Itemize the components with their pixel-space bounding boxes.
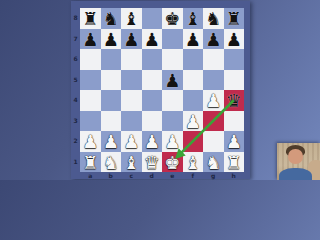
rank-label-5: 5 — [71, 70, 80, 91]
piece-black-pawn[interactable]: ♟ — [162, 70, 183, 91]
file-labels: abcdefgh — [80, 172, 244, 179]
piece-white-pawn[interactable]: ♟ — [80, 131, 101, 152]
square-a3[interactable] — [80, 111, 101, 132]
piece-white-pawn[interactable]: ♟ — [162, 131, 183, 152]
square-a8[interactable]: ♜ — [80, 8, 101, 29]
video-frame: 87654321 abcdefgh ♜♞♝♚♝♞♜♟♟♟♟♟♟♟♟♟♛♟♟♟♟♟… — [0, 0, 320, 180]
piece-white-pawn[interactable]: ♟ — [183, 111, 204, 132]
square-c5[interactable] — [121, 70, 142, 91]
square-g1[interactable]: ♞ — [203, 152, 224, 173]
square-b1[interactable]: ♞ — [101, 152, 122, 173]
piece-white-knight[interactable]: ♞ — [203, 152, 224, 173]
square-e7[interactable] — [162, 29, 183, 50]
square-f8[interactable]: ♝ — [183, 8, 204, 29]
piece-black-knight[interactable]: ♞ — [101, 8, 122, 29]
piece-white-rook[interactable]: ♜ — [80, 152, 101, 173]
square-c8[interactable]: ♝ — [121, 8, 142, 29]
piece-white-king[interactable]: ♚ — [162, 152, 183, 173]
file-label-f: f — [183, 172, 204, 179]
square-h8[interactable]: ♜ — [224, 8, 245, 29]
piece-white-bishop[interactable]: ♝ — [121, 152, 142, 173]
rank-label-8: 8 — [71, 8, 80, 29]
square-c7[interactable]: ♟ — [121, 29, 142, 50]
square-a2[interactable]: ♟ — [80, 131, 101, 152]
piece-black-pawn[interactable]: ♟ — [142, 29, 163, 50]
square-d5[interactable] — [142, 70, 163, 91]
square-c2[interactable]: ♟ — [121, 131, 142, 152]
piece-white-bishop[interactable]: ♝ — [183, 152, 204, 173]
chess-board: 87654321 abcdefgh ♜♞♝♚♝♞♜♟♟♟♟♟♟♟♟♟♛♟♟♟♟♟… — [71, 1, 250, 179]
square-c1[interactable]: ♝ — [121, 152, 142, 173]
square-h6[interactable] — [224, 49, 245, 70]
rank-label-7: 7 — [71, 29, 80, 50]
square-g8[interactable]: ♞ — [203, 8, 224, 29]
square-a6[interactable] — [80, 49, 101, 70]
file-label-a: a — [80, 172, 101, 179]
square-d8[interactable] — [142, 8, 163, 29]
file-label-c: c — [121, 172, 142, 179]
webcam-instructor-shirt — [279, 168, 312, 180]
square-b7[interactable]: ♟ — [101, 29, 122, 50]
piece-white-knight[interactable]: ♞ — [101, 152, 122, 173]
square-b3[interactable] — [101, 111, 122, 132]
square-d7[interactable]: ♟ — [142, 29, 163, 50]
square-h2[interactable]: ♟ — [224, 131, 245, 152]
square-f2[interactable] — [183, 131, 204, 152]
square-h1[interactable]: ♜ — [224, 152, 245, 173]
square-g3[interactable] — [203, 111, 224, 132]
piece-black-pawn[interactable]: ♟ — [101, 29, 122, 50]
square-f7[interactable]: ♟ — [183, 29, 204, 50]
piece-white-queen[interactable]: ♛ — [142, 152, 163, 173]
square-e2[interactable]: ♟ — [162, 131, 183, 152]
piece-black-bishop[interactable]: ♝ — [121, 8, 142, 29]
square-h3[interactable] — [224, 111, 245, 132]
square-e4[interactable] — [162, 90, 183, 111]
square-a5[interactable] — [80, 70, 101, 91]
piece-black-pawn[interactable]: ♟ — [80, 29, 101, 50]
square-d4[interactable] — [142, 90, 163, 111]
square-b4[interactable] — [101, 90, 122, 111]
piece-white-pawn[interactable]: ♟ — [101, 131, 122, 152]
piece-white-pawn[interactable]: ♟ — [142, 131, 163, 152]
rank-label-1: 1 — [71, 152, 80, 173]
square-c3[interactable] — [121, 111, 142, 132]
piece-black-pawn[interactable]: ♟ — [224, 29, 245, 50]
rank-label-2: 2 — [71, 131, 80, 152]
file-label-h: h — [224, 172, 245, 179]
file-label-g: g — [203, 172, 224, 179]
square-e3[interactable] — [162, 111, 183, 132]
piece-white-pawn[interactable]: ♟ — [203, 90, 224, 111]
square-d3[interactable] — [142, 111, 163, 132]
file-label-b: b — [101, 172, 122, 179]
piece-black-queen[interactable]: ♛ — [224, 90, 245, 111]
square-g6[interactable] — [203, 49, 224, 70]
piece-white-pawn[interactable]: ♟ — [224, 131, 245, 152]
square-d2[interactable]: ♟ — [142, 131, 163, 152]
piece-black-rook[interactable]: ♜ — [80, 8, 101, 29]
piece-black-pawn[interactable]: ♟ — [183, 29, 204, 50]
piece-white-pawn[interactable]: ♟ — [121, 131, 142, 152]
piece-black-rook[interactable]: ♜ — [224, 8, 245, 29]
square-h5[interactable] — [224, 70, 245, 91]
square-f4[interactable] — [183, 90, 204, 111]
square-h7[interactable]: ♟ — [224, 29, 245, 50]
square-a1[interactable]: ♜ — [80, 152, 101, 173]
square-g4[interactable]: ♟ — [203, 90, 224, 111]
square-f6[interactable] — [183, 49, 204, 70]
square-e8[interactable]: ♚ — [162, 8, 183, 29]
square-g2[interactable] — [203, 131, 224, 152]
square-c4[interactable] — [121, 90, 142, 111]
piece-black-pawn[interactable]: ♟ — [203, 29, 224, 50]
square-d1[interactable]: ♛ — [142, 152, 163, 173]
file-label-d: d — [142, 172, 163, 179]
square-g5[interactable] — [203, 70, 224, 91]
square-b6[interactable] — [101, 49, 122, 70]
square-b8[interactable]: ♞ — [101, 8, 122, 29]
rank-label-6: 6 — [71, 49, 80, 70]
piece-black-king[interactable]: ♚ — [162, 8, 183, 29]
square-d6[interactable] — [142, 49, 163, 70]
square-a4[interactable] — [80, 90, 101, 111]
square-e1[interactable]: ♚ — [162, 152, 183, 173]
square-f5[interactable] — [183, 70, 204, 91]
square-e5[interactable]: ♟ — [162, 70, 183, 91]
square-h4[interactable]: ♛ — [224, 90, 245, 111]
rank-labels: 87654321 — [71, 8, 80, 172]
square-a7[interactable]: ♟ — [80, 29, 101, 50]
square-b2[interactable]: ♟ — [101, 131, 122, 152]
square-e6[interactable] — [162, 49, 183, 70]
rank-label-3: 3 — [71, 111, 80, 132]
file-label-e: e — [162, 172, 183, 179]
square-f1[interactable]: ♝ — [183, 152, 204, 173]
piece-white-rook[interactable]: ♜ — [224, 152, 245, 173]
piece-black-knight[interactable]: ♞ — [203, 8, 224, 29]
board-grid[interactable]: ♜♞♝♚♝♞♜♟♟♟♟♟♟♟♟♟♛♟♟♟♟♟♟♟♜♞♝♛♚♝♞♜ — [80, 8, 244, 172]
piece-black-bishop[interactable]: ♝ — [183, 8, 204, 29]
webcam-overlay — [277, 143, 320, 180]
rank-label-4: 4 — [71, 90, 80, 111]
square-c6[interactable] — [121, 49, 142, 70]
webcam-instructor-face — [288, 149, 303, 164]
square-f3[interactable]: ♟ — [183, 111, 204, 132]
piece-black-pawn[interactable]: ♟ — [121, 29, 142, 50]
square-g7[interactable]: ♟ — [203, 29, 224, 50]
square-b5[interactable] — [101, 70, 122, 91]
